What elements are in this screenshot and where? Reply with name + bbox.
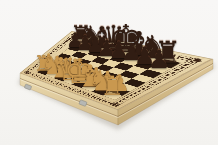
white-rook-h1[interactable]: ♜: [101, 72, 125, 99]
black-pawn-h7[interactable]: ♟: [148, 47, 171, 72]
pieces-layer: ♜♞♝♛♚♝♞♜♟♟♟♟♟♟♟♟♟♟♟♟♟♟♟♟♜♞♝♛♚♝♞♜: [0, 0, 218, 145]
chess-set-photo: ♜♞♝♛♚♝♞♜♟♟♟♟♟♟♟♟♟♟♟♟♟♟♟♟♜♞♝♛♚♝♞♜: [0, 0, 218, 145]
